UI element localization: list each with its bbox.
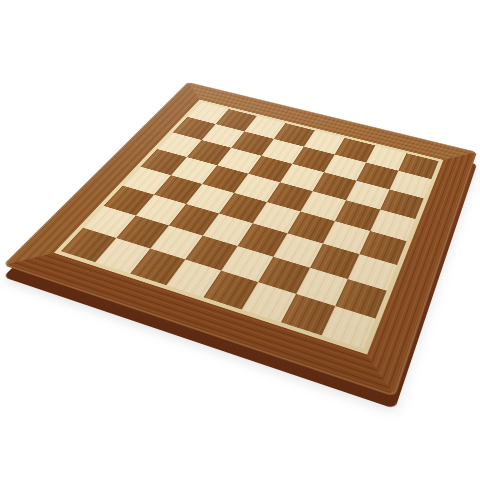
square-c6	[217, 148, 261, 174]
square-f7	[324, 154, 366, 180]
square-b7	[202, 124, 245, 148]
square-g7	[356, 163, 398, 190]
square-g2	[296, 268, 348, 306]
square-c2	[150, 225, 202, 259]
square-b2	[116, 216, 169, 249]
square-a5	[141, 149, 187, 175]
square-c1	[130, 249, 185, 286]
square-d4	[219, 193, 267, 223]
square-a4	[123, 167, 171, 195]
square-b3	[136, 195, 186, 226]
square-h3	[348, 254, 397, 291]
square-a8	[187, 102, 228, 124]
square-h6	[380, 189, 423, 219]
square-a7	[173, 117, 216, 140]
square-h7	[390, 171, 432, 199]
square-c7	[231, 131, 274, 155]
square-e3	[238, 223, 288, 256]
square-e1	[203, 271, 258, 310]
square-a2	[83, 206, 136, 238]
square-g6	[346, 181, 390, 210]
square-e2	[221, 246, 273, 282]
square-h4	[359, 231, 406, 265]
square-f5	[300, 191, 346, 221]
square-f6	[313, 172, 357, 200]
square-d2	[185, 236, 237, 271]
square-f3	[273, 233, 323, 267]
square-a6	[157, 132, 202, 157]
square-d1	[166, 259, 221, 297]
square-b6	[187, 140, 231, 165]
square-c4	[186, 184, 234, 214]
square-h2	[335, 279, 386, 319]
square-d5	[234, 174, 280, 202]
square-a1	[61, 228, 116, 263]
square-f4	[287, 211, 335, 243]
square-e8	[304, 130, 345, 154]
square-h8	[398, 153, 438, 179]
square-g4	[323, 221, 370, 254]
square-g1	[281, 294, 335, 335]
square-g3	[310, 244, 359, 280]
square-b5	[171, 157, 217, 184]
square-a3	[104, 186, 154, 216]
square-g8	[366, 145, 406, 170]
square-e4	[253, 202, 301, 233]
square-g5	[335, 200, 380, 231]
square-c5	[202, 165, 248, 193]
square-b1	[95, 238, 150, 274]
square-f2	[258, 257, 310, 294]
square-e7	[292, 147, 334, 173]
square-h1	[322, 306, 376, 349]
square-c8	[244, 116, 285, 139]
square-d8	[274, 123, 315, 146]
square-e5	[267, 182, 313, 211]
square-f8	[335, 138, 376, 163]
square-c3	[169, 204, 219, 236]
square-d6	[248, 156, 292, 183]
square-b4	[154, 175, 202, 204]
product-photo-canvas	[0, 0, 480, 480]
square-d7	[261, 139, 303, 164]
square-d3	[203, 213, 253, 246]
square-e6	[280, 164, 324, 191]
square-b8	[216, 109, 257, 131]
square-h5	[370, 210, 415, 242]
square-f1	[242, 282, 296, 322]
